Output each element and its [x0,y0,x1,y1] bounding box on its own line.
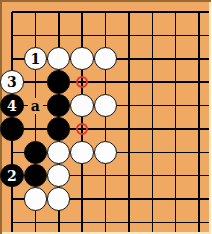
board-intersection [141,0,164,23]
board-intersection [164,0,187,23]
board-intersection [141,24,164,47]
board-intersection [24,187,47,210]
black-stone-4: 4 [0,94,23,117]
board-intersection [164,70,187,93]
point-label-a: a [28,98,43,114]
board-intersection [94,94,117,117]
board-intersection [47,0,70,23]
board-intersection [70,24,93,47]
white-stone [47,47,70,70]
board-intersection [47,211,70,234]
board-intersection [117,0,140,23]
board-intersection [164,211,187,234]
board-intersection [70,164,93,187]
black-stone [24,164,47,187]
board-intersection: a [24,94,47,117]
white-stone [94,47,117,70]
board-intersection [94,0,117,23]
board-frame-top [0,0,211,2]
board-intersection [94,47,117,70]
red-circle-marker [76,123,88,135]
white-stone [47,164,70,187]
board-frame-bottom [0,232,211,234]
black-stone [24,141,47,164]
board-frame-right [209,0,212,234]
board-intersection [94,24,117,47]
white-stone-3: 3 [0,70,23,93]
board-intersection [117,94,140,117]
board-intersection [187,47,210,70]
board-intersection [47,24,70,47]
board-intersection [24,24,47,47]
board-intersection [187,141,210,164]
board-intersection [47,94,70,117]
board-intersection [47,47,70,70]
black-stone-2: 2 [0,164,23,187]
board-intersection [117,141,140,164]
board-intersection [117,164,140,187]
white-stone [70,141,93,164]
board-intersection [164,187,187,210]
board-intersection [164,47,187,70]
board-intersection [94,211,117,234]
board-intersection [70,211,93,234]
board-intersection: 4 [0,94,23,117]
board-intersection [70,0,93,23]
board-intersection [47,187,70,210]
board-intersection [187,117,210,140]
board-intersection [164,141,187,164]
white-stone [94,141,117,164]
board-intersection [141,187,164,210]
board-intersection [70,187,93,210]
board-intersection [141,141,164,164]
board-intersection [141,70,164,93]
board-intersection [117,47,140,70]
board-intersection [0,211,23,234]
board-intersection [94,164,117,187]
board-intersection [47,117,70,140]
board-intersection [0,24,23,47]
board-intersection [164,164,187,187]
white-stone [70,94,93,117]
white-stone [94,94,117,117]
board-intersection [117,24,140,47]
board-intersection [117,187,140,210]
board-intersection [0,0,23,23]
board-intersection [24,211,47,234]
board-intersection [141,211,164,234]
board-intersection [47,141,70,164]
black-stone [0,117,23,140]
board-intersection [94,141,117,164]
board-intersection [141,47,164,70]
white-stone [24,187,47,210]
board-intersection [94,187,117,210]
board-intersection [24,141,47,164]
board-intersection [117,211,140,234]
board-intersection [187,211,210,234]
board-intersection [141,94,164,117]
go-diagram: 134a2 [0,0,211,234]
board-intersection [24,0,47,23]
board-intersection: 1 [24,47,47,70]
board-intersection [164,117,187,140]
board-intersection [141,117,164,140]
board-intersection [187,187,210,210]
board-intersection [94,70,117,93]
board-intersection [117,117,140,140]
board-intersection [47,70,70,93]
board-intersection: 3 [0,70,23,93]
white-stone-1: 1 [24,47,47,70]
white-stone [47,187,70,210]
board-intersection [24,117,47,140]
board-intersection: 2 [0,164,23,187]
board-intersection [70,47,93,70]
board-intersection [164,24,187,47]
board-intersection [0,141,23,164]
black-stone [47,70,70,93]
black-stone [47,94,70,117]
board-intersection [70,141,93,164]
board-intersection [187,70,210,93]
board-intersection [94,117,117,140]
board-intersection [187,164,210,187]
board-intersection [187,0,210,23]
red-circle-marker [76,76,88,88]
board-intersection [24,164,47,187]
board-frame-left [0,0,2,234]
board-intersection [187,24,210,47]
board-intersection [141,164,164,187]
board-intersection [0,187,23,210]
board-intersection [70,94,93,117]
board-intersection [70,117,93,140]
black-stone [47,117,70,140]
board-intersection [187,94,210,117]
board-intersection [24,70,47,93]
white-stone [70,47,93,70]
board-intersection [0,117,23,140]
board-intersection [117,70,140,93]
board-intersection [0,47,23,70]
board-intersection [70,70,93,93]
white-stone [47,141,70,164]
go-board: 134a2 [0,0,211,234]
board-intersection [164,94,187,117]
board-intersection [47,164,70,187]
